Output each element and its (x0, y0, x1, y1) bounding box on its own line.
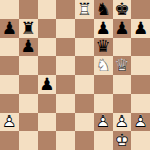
white-king-outline: ♔ (113, 131, 132, 150)
white-pawn-outline: ♙ (0, 113, 19, 132)
square-d4[interactable] (56, 75, 75, 94)
white-pawn[interactable]: ♟♙ (94, 113, 113, 132)
black-knight[interactable]: ♞ (94, 0, 113, 19)
square-h3[interactable] (131, 94, 150, 113)
square-e8[interactable]: ♜♖ (75, 0, 94, 19)
black-rook[interactable]: ♜ (19, 19, 38, 38)
square-b8[interactable] (19, 0, 38, 19)
black-king[interactable]: ♚ (113, 0, 132, 19)
square-b2[interactable] (19, 113, 38, 132)
square-b1[interactable] (19, 131, 38, 150)
square-g3[interactable] (113, 94, 132, 113)
black-pawn-glyph: ♟ (94, 19, 113, 38)
black-queen[interactable]: ♛ (94, 38, 113, 57)
square-c1[interactable] (38, 131, 57, 150)
white-pawn-outline: ♙ (94, 113, 113, 132)
square-g7[interactable]: ♟ (113, 19, 132, 38)
square-a4[interactable] (0, 75, 19, 94)
square-c6[interactable] (38, 38, 57, 57)
black-pawn[interactable]: ♟ (38, 75, 57, 94)
square-e5[interactable] (75, 56, 94, 75)
square-b7[interactable]: ♜ (19, 19, 38, 38)
white-rook[interactable]: ♜♖ (75, 0, 94, 19)
square-h5[interactable] (131, 56, 150, 75)
white-knight-outline: ♘ (94, 56, 113, 75)
square-a7[interactable]: ♟ (0, 19, 19, 38)
square-c7[interactable] (38, 19, 57, 38)
black-pawn-glyph: ♟ (0, 19, 19, 38)
black-king-glyph: ♚ (113, 0, 132, 19)
white-pawn-outline: ♙ (131, 113, 150, 132)
square-e4[interactable] (75, 75, 94, 94)
square-a1[interactable] (0, 131, 19, 150)
white-rook-outline: ♖ (75, 0, 94, 19)
square-d2[interactable] (56, 113, 75, 132)
square-f1[interactable] (94, 131, 113, 150)
square-b5[interactable] (19, 56, 38, 75)
white-pawn[interactable]: ♟♙ (113, 113, 132, 132)
white-king[interactable]: ♚♔ (113, 131, 132, 150)
square-h8[interactable] (131, 0, 150, 19)
square-f8[interactable]: ♞ (94, 0, 113, 19)
black-pawn-glyph: ♟ (131, 19, 150, 38)
white-pawn-outline: ♙ (113, 113, 132, 132)
chess-board-container: ♜♖♞♚♟♜♟♟♟♟♛♞♘♛♕♟♟♙♟♙♟♙♟♙♚♔ (0, 0, 150, 150)
square-f2[interactable]: ♟♙ (94, 113, 113, 132)
white-knight[interactable]: ♞♘ (94, 56, 113, 75)
square-h7[interactable]: ♟ (131, 19, 150, 38)
square-a3[interactable] (0, 94, 19, 113)
square-h4[interactable] (131, 75, 150, 94)
white-queen[interactable]: ♛♕ (113, 56, 132, 75)
square-f3[interactable] (94, 94, 113, 113)
square-a2[interactable]: ♟♙ (0, 113, 19, 132)
square-g6[interactable] (113, 38, 132, 57)
square-h1[interactable] (131, 131, 150, 150)
square-h2[interactable]: ♟♙ (131, 113, 150, 132)
square-b6[interactable]: ♟ (19, 38, 38, 57)
square-f7[interactable]: ♟ (94, 19, 113, 38)
square-c2[interactable] (38, 113, 57, 132)
square-d7[interactable] (56, 19, 75, 38)
black-pawn-glyph: ♟ (19, 38, 38, 57)
square-h6[interactable] (131, 38, 150, 57)
square-d8[interactable] (56, 0, 75, 19)
square-e6[interactable] (75, 38, 94, 57)
black-pawn[interactable]: ♟ (0, 19, 19, 38)
square-d1[interactable] (56, 131, 75, 150)
black-pawn-glyph: ♟ (113, 19, 132, 38)
square-c8[interactable] (38, 0, 57, 19)
square-g8[interactable]: ♚ (113, 0, 132, 19)
square-b3[interactable] (19, 94, 38, 113)
square-b4[interactable] (19, 75, 38, 94)
square-g5[interactable]: ♛♕ (113, 56, 132, 75)
square-c3[interactable] (38, 94, 57, 113)
black-pawn[interactable]: ♟ (131, 19, 150, 38)
square-c4[interactable]: ♟ (38, 75, 57, 94)
black-pawn[interactable]: ♟ (113, 19, 132, 38)
square-e3[interactable] (75, 94, 94, 113)
square-g4[interactable] (113, 75, 132, 94)
white-pawn[interactable]: ♟♙ (0, 113, 19, 132)
square-g2[interactable]: ♟♙ (113, 113, 132, 132)
black-knight-glyph: ♞ (94, 0, 113, 19)
square-e2[interactable] (75, 113, 94, 132)
black-pawn-glyph: ♟ (38, 75, 57, 94)
white-pawn[interactable]: ♟♙ (131, 113, 150, 132)
black-pawn[interactable]: ♟ (94, 19, 113, 38)
chess-board: ♜♖♞♚♟♜♟♟♟♟♛♞♘♛♕♟♟♙♟♙♟♙♟♙♚♔ (0, 0, 150, 150)
square-a8[interactable] (0, 0, 19, 19)
square-g1[interactable]: ♚♔ (113, 131, 132, 150)
square-e7[interactable] (75, 19, 94, 38)
square-f6[interactable]: ♛ (94, 38, 113, 57)
square-a6[interactable] (0, 38, 19, 57)
white-queen-outline: ♕ (113, 56, 132, 75)
square-f4[interactable] (94, 75, 113, 94)
black-rook-glyph: ♜ (19, 19, 38, 38)
square-c5[interactable] (38, 56, 57, 75)
square-e1[interactable] (75, 131, 94, 150)
square-f5[interactable]: ♞♘ (94, 56, 113, 75)
square-d6[interactable] (56, 38, 75, 57)
square-d3[interactable] (56, 94, 75, 113)
square-d5[interactable] (56, 56, 75, 75)
square-a5[interactable] (0, 56, 19, 75)
black-pawn[interactable]: ♟ (19, 38, 38, 57)
black-queen-glyph: ♛ (94, 38, 113, 57)
